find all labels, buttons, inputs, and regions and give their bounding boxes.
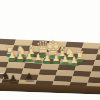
white-pawn-g2: ♟	[61, 55, 69, 64]
chess-set-photo: ♜♞♝♛♚♝♞♜♟♟♟♟♟♟♟♟♞♟♟	[0, 0, 100, 100]
white-pawn-d2: ♟	[34, 53, 42, 62]
white-pawn-a2: ♟	[8, 51, 16, 60]
white-pawn-f2: ♟	[52, 54, 60, 63]
dark-pawn-offboard-1: ♟	[9, 75, 16, 83]
white-pawn-c2: ♟	[25, 52, 33, 61]
white-pawn-h2: ♟	[70, 56, 78, 65]
dark-pawn-offboard-2: ♟	[25, 73, 32, 81]
white-pawn-e2: ♟	[43, 54, 51, 63]
white-pawn-b2: ♟	[16, 52, 24, 61]
